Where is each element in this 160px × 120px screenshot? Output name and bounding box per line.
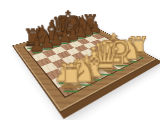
- board-frame: ♜♞♝♛♚♝♞♜♟♟♟♟♟♟♟♟♟♟♟♟♟♟♟♟♜♞♝♛♚♝♞♜: [12, 24, 157, 113]
- black-pawn-a7: ♟: [29, 36, 45, 54]
- chess-board: ♜♞♝♛♚♝♞♜♟♟♟♟♟♟♟♟♟♟♟♟♟♟♟♟♜♞♝♛♚♝♞♜: [12, 24, 157, 113]
- square-a1: ♜: [58, 82, 78, 96]
- board-grid: ♜♞♝♛♚♝♞♜♟♟♟♟♟♟♟♟♟♟♟♟♟♟♟♟♜♞♝♛♚♝♞♜: [23, 28, 143, 98]
- white-rook-a1: ♜: [57, 60, 87, 94]
- product-photo: ♜♞♝♛♚♝♞♜♟♟♟♟♟♟♟♟♟♟♟♟♟♟♟♟♜♞♝♛♚♝♞♜: [0, 0, 160, 120]
- square-a7: ♟: [28, 48, 42, 56]
